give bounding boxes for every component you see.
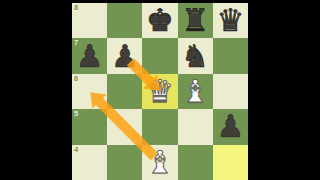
rank-label-6: 6 — [74, 75, 78, 83]
square-b8[interactable] — [107, 3, 142, 38]
square-b6[interactable] — [107, 74, 142, 109]
square-c4[interactable]: ♝ — [142, 145, 177, 180]
square-d7[interactable]: ♞ — [178, 38, 213, 73]
rank-label-8: 8 — [74, 4, 78, 12]
square-a6[interactable]: 6 — [72, 74, 107, 109]
piece-white-bishop-c4[interactable]: ♝ — [142, 145, 177, 180]
piece-black-pawn-a7[interactable]: ♟ — [72, 38, 107, 73]
square-a5[interactable]: 5 — [72, 109, 107, 144]
square-e7[interactable] — [213, 38, 248, 73]
square-c5[interactable] — [142, 109, 177, 144]
square-c8[interactable]: ♚ — [142, 3, 177, 38]
square-d4[interactable] — [178, 145, 213, 180]
piece-black-queen-e8[interactable]: ♛ — [213, 3, 248, 38]
square-e5[interactable]: ♟ — [213, 109, 248, 144]
chess-board[interactable]: 8♚♜♛7♟♟♞6♛♝5♟4♝ — [72, 3, 248, 180]
square-a8[interactable]: 8 — [72, 3, 107, 38]
square-d8[interactable]: ♜ — [178, 3, 213, 38]
square-e6[interactable] — [213, 74, 248, 109]
rank-label-4: 4 — [74, 146, 78, 154]
piece-black-pawn-b7[interactable]: ♟ — [107, 38, 142, 73]
piece-black-rook-d8[interactable]: ♜ — [178, 3, 213, 38]
piece-black-king-c8[interactable]: ♚ — [142, 3, 177, 38]
piece-black-pawn-e5[interactable]: ♟ — [213, 109, 248, 144]
square-e4[interactable] — [213, 145, 248, 180]
piece-black-knight-d7[interactable]: ♞ — [178, 38, 213, 73]
square-e8[interactable]: ♛ — [213, 3, 248, 38]
piece-white-queen-c6[interactable]: ♛ — [142, 74, 177, 109]
square-d6[interactable]: ♝ — [178, 74, 213, 109]
rank-label-5: 5 — [74, 110, 78, 118]
square-d5[interactable] — [178, 109, 213, 144]
square-b7[interactable]: ♟ — [107, 38, 142, 73]
square-c6[interactable]: ♛ — [142, 74, 177, 109]
piece-white-bishop-d6[interactable]: ♝ — [178, 74, 213, 109]
square-b4[interactable] — [107, 145, 142, 180]
square-a4[interactable]: 4 — [72, 145, 107, 180]
video-frame: 8♚♜♛7♟♟♞6♛♝5♟4♝ — [0, 0, 320, 180]
square-b5[interactable] — [107, 109, 142, 144]
square-c7[interactable] — [142, 38, 177, 73]
square-a7[interactable]: 7♟ — [72, 38, 107, 73]
